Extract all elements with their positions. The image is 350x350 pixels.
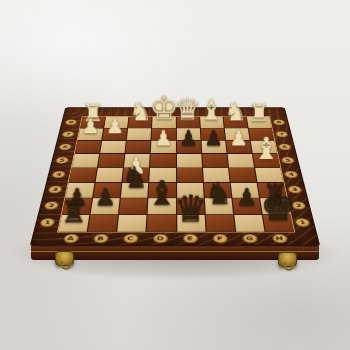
file-label-e: E [184, 234, 197, 242]
square-d8: ♚ [152, 117, 175, 128]
square-a3 [66, 183, 95, 198]
square-g7 [224, 128, 249, 140]
square-a1: ♜ [58, 215, 89, 232]
square-f4 [203, 168, 230, 182]
white-queen: ♛ [174, 95, 201, 125]
square-g1 [234, 215, 264, 232]
white-rook: ♜ [248, 100, 270, 125]
file-label-b: B [94, 234, 108, 242]
square-a2: ♟ [62, 198, 92, 214]
square-b1 [88, 215, 118, 232]
square-f1 [205, 215, 234, 232]
rank-label-2: 2 [45, 202, 59, 209]
square-f7 [200, 128, 224, 140]
square-e2 [177, 198, 205, 214]
square-c7 [127, 128, 151, 140]
square-c1 [117, 215, 146, 232]
rank-label-1: 1 [296, 218, 310, 225]
rank-label-3: 3 [49, 186, 62, 193]
square-h6 [251, 141, 277, 154]
square-g4 [229, 168, 256, 182]
white-bishop: ♝ [199, 96, 224, 124]
rank-label-8: 8 [273, 120, 284, 125]
square-c5 [124, 154, 150, 167]
square-d7 [152, 128, 176, 140]
square-c4: ♟ [123, 168, 150, 182]
square-h5: ♝ [253, 154, 280, 167]
square-g8: ♞ [223, 117, 247, 128]
square-d3 [149, 183, 176, 198]
rank-label-5: 5 [56, 157, 68, 163]
rank-label-4: 4 [285, 171, 298, 177]
square-e4 [177, 168, 203, 182]
square-d6: ♟ [151, 141, 175, 154]
square-e7 [176, 128, 200, 140]
square-d2: ♝ [148, 198, 176, 214]
rank-label-4: 4 [52, 171, 65, 177]
square-d1 [147, 215, 175, 232]
square-f8: ♝ [200, 117, 224, 128]
file-label-d: D [154, 234, 167, 242]
file-label-g: G [243, 234, 257, 242]
square-e8: ♛ [176, 117, 199, 128]
square-b6 [100, 141, 126, 154]
square-b7: ♟ [102, 128, 127, 140]
square-a8: ♜ [80, 117, 105, 128]
square-f3 [204, 183, 232, 198]
square-f5 [202, 154, 228, 167]
rank-label-8: 8 [65, 120, 76, 125]
rank-label-6: 6 [59, 144, 71, 150]
square-g2: ♟ [232, 198, 261, 214]
square-d4 [150, 168, 176, 182]
file-label-f: F [213, 234, 226, 242]
black-knight: ♞ [122, 164, 148, 194]
perspective-scene: ♜♞♚♛♝♞♜♟♟♟♟♟♟♝♟♞♟♟♝♞♟♜♜♛♚ ABCDEFGH 87654… [0, 0, 350, 350]
square-e5 [176, 154, 201, 167]
square-e6: ♟ [176, 141, 200, 154]
rank-label-6: 6 [279, 144, 291, 150]
white-knight: ♞ [129, 99, 152, 125]
rank-label-7: 7 [62, 131, 73, 136]
white-knight: ♞ [224, 99, 247, 125]
file-labels: ABCDEFGH [55, 232, 296, 243]
square-c8: ♞ [128, 117, 152, 128]
square-h4 [255, 168, 283, 182]
square-b8 [104, 117, 128, 128]
square-h7 [249, 128, 275, 140]
square-a6 [75, 141, 101, 154]
square-c2 [119, 198, 147, 214]
white-rook: ♜ [81, 100, 103, 125]
square-b3 [93, 183, 121, 198]
square-g5 [227, 154, 254, 167]
square-c3: ♞ [121, 183, 148, 198]
square-d5 [150, 154, 175, 167]
black-bishop: ♝ [147, 176, 177, 210]
square-e3 [177, 183, 204, 198]
board-grid: ♜♞♚♛♝♞♜♟♟♟♟♟♟♝♟♞♟♟♝♞♟♜♜♛♚ [57, 116, 295, 232]
square-b5 [98, 154, 125, 167]
square-e1: ♛ [177, 215, 206, 232]
square-b2: ♟ [91, 198, 120, 214]
rank-label-5: 5 [282, 157, 294, 163]
rank-label-7: 7 [276, 131, 287, 136]
square-h2: ♜ [260, 198, 290, 214]
rank-label-2: 2 [292, 202, 306, 209]
file-label-h: H [272, 234, 286, 242]
square-a5 [72, 154, 99, 167]
square-f2: ♞ [204, 198, 232, 214]
square-g3 [230, 183, 258, 198]
file-label-c: C [124, 234, 137, 242]
square-h1: ♚ [263, 215, 294, 232]
square-h3 [257, 183, 286, 198]
square-b4 [96, 168, 123, 182]
square-g6: ♟ [226, 141, 252, 154]
board-frame: ♜♞♚♛♝♞♜♟♟♟♟♟♟♝♟♞♟♟♝♞♟♜♜♛♚ ABCDEFGH 87654… [30, 107, 321, 246]
square-h8: ♜ [247, 117, 272, 128]
file-label-a: A [64, 234, 78, 242]
square-f6: ♟ [201, 141, 226, 154]
square-a4 [69, 168, 97, 182]
square-a7: ♟ [78, 128, 104, 140]
white-king: ♚ [149, 92, 178, 125]
rank-label-3: 3 [288, 186, 301, 193]
rank-label-1: 1 [40, 218, 54, 225]
photo-background: ♜♞♚♛♝♞♜♟♟♟♟♟♟♝♟♞♟♟♝♞♟♜♜♛♚ ABCDEFGH 87654… [0, 0, 350, 350]
square-c6 [126, 141, 151, 154]
chess-board: ♜♞♚♛♝♞♜♟♟♟♟♟♟♝♟♞♟♟♝♞♟♜♜♛♚ ABCDEFGH 87654… [30, 107, 321, 246]
